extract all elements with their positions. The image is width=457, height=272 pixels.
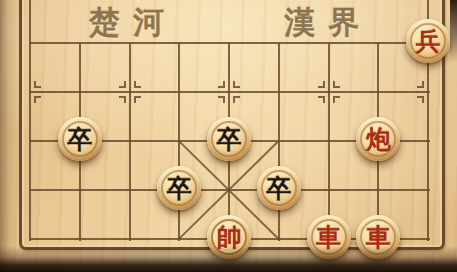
piece-glyph: 車 xyxy=(307,215,351,259)
piece-black-soldier[interactable]: 卒 xyxy=(257,166,301,210)
star-point-marker xyxy=(218,81,225,88)
piece-glyph: 卒 xyxy=(257,166,301,210)
piece-black-soldier[interactable]: 卒 xyxy=(157,166,201,210)
file-line xyxy=(328,43,330,241)
star-point-marker xyxy=(119,96,126,103)
star-point-marker xyxy=(318,96,325,103)
piece-black-soldier[interactable]: 卒 xyxy=(207,117,251,161)
star-point-marker xyxy=(34,81,41,88)
star-point-marker xyxy=(134,81,141,88)
rank-line xyxy=(30,91,430,93)
piece-glyph: 帥 xyxy=(207,215,251,259)
piece-black-soldier[interactable]: 卒 xyxy=(58,117,102,161)
file-line xyxy=(29,0,31,241)
river-label-chuhe: 楚河 xyxy=(89,3,177,41)
star-point-marker xyxy=(134,96,141,103)
river-label-hanjie: 漢界 xyxy=(284,3,372,41)
piece-red-general[interactable]: 帥 xyxy=(207,215,251,259)
piece-glyph: 車 xyxy=(356,215,400,259)
rank-line xyxy=(30,42,430,44)
top-right-edge-shadow xyxy=(450,0,457,78)
star-point-marker xyxy=(233,96,240,103)
piece-glyph: 卒 xyxy=(207,117,251,161)
star-point-marker xyxy=(34,96,41,103)
star-point-marker xyxy=(119,81,126,88)
star-point-marker xyxy=(417,81,424,88)
piece-red-soldier[interactable]: 兵 xyxy=(406,19,450,63)
piece-red-chariot[interactable]: 車 xyxy=(307,215,351,259)
star-point-marker xyxy=(333,81,340,88)
piece-glyph: 兵 xyxy=(406,19,450,63)
piece-red-chariot[interactable]: 車 xyxy=(356,215,400,259)
star-point-marker xyxy=(218,96,225,103)
file-line xyxy=(129,43,131,241)
piece-glyph: 卒 xyxy=(157,166,201,210)
piece-glyph: 炮 xyxy=(356,117,400,161)
xiangqi-board[interactable]: 楚河 漢界 兵卒卒炮卒卒帥車車 xyxy=(0,0,457,272)
star-point-marker xyxy=(333,96,340,103)
star-point-marker xyxy=(233,81,240,88)
star-point-marker xyxy=(318,81,325,88)
piece-glyph: 卒 xyxy=(58,117,102,161)
star-point-marker xyxy=(417,96,424,103)
piece-red-cannon[interactable]: 炮 xyxy=(356,117,400,161)
